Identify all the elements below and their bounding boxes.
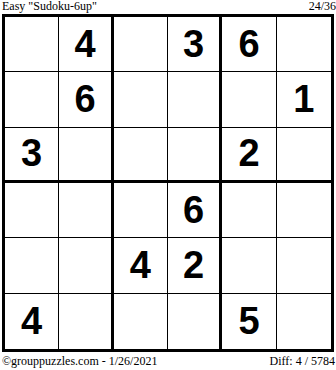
sudoku-cell-r1c1[interactable] bbox=[5, 17, 59, 72]
sudoku-cell-r2c4[interactable] bbox=[168, 72, 222, 127]
sudoku-cell-r3c5[interactable]: 2 bbox=[222, 128, 276, 183]
copyright-text: ©grouppuzzles.com - 1/26/2021 bbox=[2, 354, 157, 368]
sudoku-cell-r3c6[interactable] bbox=[277, 128, 331, 183]
sudoku-cell-r4c3[interactable] bbox=[114, 183, 168, 238]
sudoku-cell-r5c6[interactable] bbox=[277, 238, 331, 293]
sudoku-cell-r3c4[interactable] bbox=[168, 128, 222, 183]
page-header: Easy "Sudoku-6up" 24/36 bbox=[2, 0, 336, 14]
sudoku-cell-r6c1[interactable]: 4 bbox=[5, 294, 59, 349]
sudoku-cell-r6c3[interactable] bbox=[114, 294, 168, 349]
sudoku-cell-r4c1[interactable] bbox=[5, 183, 59, 238]
sudoku-cell-r4c4[interactable]: 6 bbox=[168, 183, 222, 238]
sudoku-cell-r5c3[interactable]: 4 bbox=[114, 238, 168, 293]
sudoku-cell-r2c2[interactable]: 6 bbox=[59, 72, 113, 127]
sudoku-cell-r1c6[interactable] bbox=[277, 17, 331, 72]
sudoku-page: Easy "Sudoku-6up" 24/36 436613264245 ©gr… bbox=[0, 0, 336, 370]
sudoku-cell-r3c3[interactable] bbox=[114, 128, 168, 183]
sudoku-cell-r5c4[interactable]: 2 bbox=[168, 238, 222, 293]
sudoku-cell-r1c5[interactable]: 6 bbox=[222, 17, 276, 72]
sudoku-cell-r2c6[interactable]: 1 bbox=[277, 72, 331, 127]
sudoku-cell-r5c2[interactable] bbox=[59, 238, 113, 293]
sudoku-cell-r6c4[interactable] bbox=[168, 294, 222, 349]
sudoku-cell-r6c6[interactable] bbox=[277, 294, 331, 349]
sudoku-cell-r1c4[interactable]: 3 bbox=[168, 17, 222, 72]
page-footer: ©grouppuzzles.com - 1/26/2021 Diff: 4 / … bbox=[2, 354, 335, 368]
sudoku-cell-r4c5[interactable] bbox=[222, 183, 276, 238]
sudoku-cell-r6c5[interactable]: 5 bbox=[222, 294, 276, 349]
sudoku-cell-r2c3[interactable] bbox=[114, 72, 168, 127]
sudoku-cell-r1c3[interactable] bbox=[114, 17, 168, 72]
sudoku-cell-r3c2[interactable] bbox=[59, 128, 113, 183]
sudoku-cell-r2c1[interactable] bbox=[5, 72, 59, 127]
sudoku-cell-r3c1[interactable]: 3 bbox=[5, 128, 59, 183]
sudoku-cell-r4c6[interactable] bbox=[277, 183, 331, 238]
sudoku-cell-r6c2[interactable] bbox=[59, 294, 113, 349]
sudoku-cell-r5c5[interactable] bbox=[222, 238, 276, 293]
sudoku-cell-r5c1[interactable] bbox=[5, 238, 59, 293]
difficulty-text: Diff: 4 / 5784 bbox=[270, 354, 335, 368]
progress-counter: 24/36 bbox=[309, 0, 336, 13]
page-title: Easy "Sudoku-6up" bbox=[2, 0, 97, 13]
sudoku-cell-r2c5[interactable] bbox=[222, 72, 276, 127]
sudoku-cell-r1c2[interactable]: 4 bbox=[59, 17, 113, 72]
sudoku-cell-r4c2[interactable] bbox=[59, 183, 113, 238]
sudoku-board: 436613264245 bbox=[2, 14, 334, 352]
